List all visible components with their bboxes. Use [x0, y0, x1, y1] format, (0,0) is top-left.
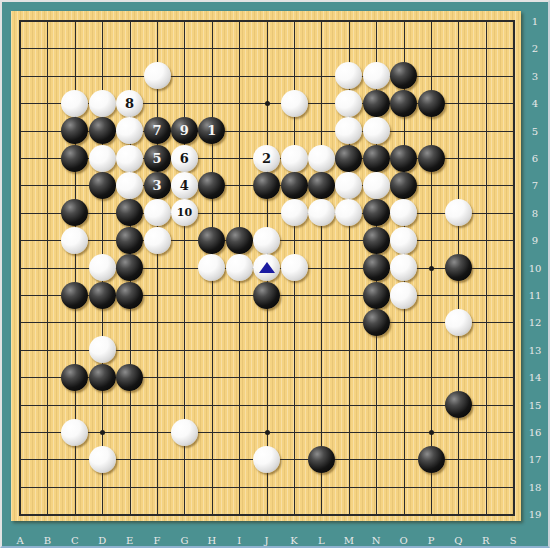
- column-label-D: D: [98, 535, 106, 546]
- move-number: 2: [262, 152, 271, 165]
- stone-black[interactable]: [363, 282, 390, 309]
- row-label-8: 8: [532, 207, 538, 218]
- stone-black[interactable]: [253, 282, 280, 309]
- stone-white[interactable]: [144, 227, 171, 254]
- stone-black[interactable]: [116, 227, 143, 254]
- row-label-10: 10: [529, 262, 542, 273]
- column-label-L: L: [318, 535, 325, 546]
- stone-black[interactable]: [363, 145, 390, 172]
- stone-white[interactable]: [89, 336, 116, 363]
- row-label-12: 12: [529, 317, 542, 328]
- star-point: [429, 266, 434, 271]
- column-label-R: R: [482, 535, 490, 546]
- row-label-14: 14: [529, 372, 542, 383]
- row-label-9: 9: [532, 235, 538, 246]
- move-number: 3: [152, 179, 161, 192]
- stone-white[interactable]: [390, 227, 417, 254]
- stone-white[interactable]: [89, 254, 116, 281]
- column-label-M: M: [344, 535, 354, 546]
- move-number: 8: [125, 97, 134, 110]
- column-label-S: S: [510, 535, 517, 546]
- column-label-Q: Q: [454, 535, 462, 546]
- row-label-3: 3: [532, 70, 538, 81]
- move-number: 4: [180, 179, 189, 192]
- row-label-16: 16: [529, 427, 542, 438]
- stone-white[interactable]: [61, 90, 88, 117]
- go-board[interactable]: 87915623410: [11, 11, 521, 521]
- stone-white-move-4[interactable]: 4: [171, 172, 198, 199]
- stone-white[interactable]: [445, 199, 472, 226]
- board-frame: 87915623410 ABCDEFGHIJKLMNOPQRS123456789…: [2, 2, 548, 546]
- stone-white[interactable]: [89, 145, 116, 172]
- column-label-K: K: [290, 535, 297, 546]
- stone-white[interactable]: [116, 145, 143, 172]
- stone-black[interactable]: [308, 446, 335, 473]
- stone-white[interactable]: [363, 62, 390, 89]
- stone-white[interactable]: [116, 117, 143, 144]
- stone-black[interactable]: [363, 227, 390, 254]
- stone-black[interactable]: [89, 282, 116, 309]
- column-label-I: I: [237, 535, 241, 546]
- stone-black-move-9[interactable]: 9: [171, 117, 198, 144]
- stone-black[interactable]: [335, 145, 362, 172]
- stone-white[interactable]: [116, 172, 143, 199]
- stone-white-move-10[interactable]: 10: [171, 199, 198, 226]
- stone-black[interactable]: [363, 90, 390, 117]
- row-label-15: 15: [529, 399, 542, 410]
- row-label-5: 5: [532, 125, 538, 136]
- stone-black[interactable]: [418, 90, 445, 117]
- row-label-2: 2: [532, 43, 538, 54]
- star-point: [429, 430, 434, 435]
- move-number: 5: [152, 152, 161, 165]
- stone-white[interactable]: [335, 90, 362, 117]
- stone-white[interactable]: [281, 254, 308, 281]
- stone-black[interactable]: [445, 391, 472, 418]
- row-label-11: 11: [529, 290, 542, 301]
- stone-black[interactable]: [116, 254, 143, 281]
- stone-black[interactable]: [198, 172, 225, 199]
- column-label-B: B: [44, 535, 51, 546]
- stone-white[interactable]: [335, 172, 362, 199]
- move-number: 9: [180, 124, 189, 137]
- stone-black[interactable]: [89, 364, 116, 391]
- stone-white[interactable]: [308, 145, 335, 172]
- star-point: [265, 101, 270, 106]
- stone-black[interactable]: [445, 254, 472, 281]
- stone-white-move-8[interactable]: 8: [116, 90, 143, 117]
- row-label-4: 4: [532, 98, 538, 109]
- stone-white[interactable]: [89, 446, 116, 473]
- stone-white-marked[interactable]: [253, 254, 280, 281]
- column-label-N: N: [372, 535, 381, 546]
- column-label-H: H: [207, 535, 216, 546]
- stone-white[interactable]: [363, 172, 390, 199]
- stone-black[interactable]: [116, 282, 143, 309]
- stone-white[interactable]: [89, 90, 116, 117]
- stone-black[interactable]: [116, 364, 143, 391]
- stone-black[interactable]: [89, 117, 116, 144]
- stone-white[interactable]: [308, 199, 335, 226]
- column-label-G: G: [180, 535, 188, 546]
- stone-white[interactable]: [253, 227, 280, 254]
- stone-black[interactable]: [418, 145, 445, 172]
- row-label-19: 19: [529, 509, 542, 520]
- stone-black-move-5[interactable]: 5: [144, 145, 171, 172]
- stone-black-move-3[interactable]: 3: [144, 172, 171, 199]
- row-label-6: 6: [532, 153, 538, 164]
- stone-white[interactable]: [363, 117, 390, 144]
- stone-black[interactable]: [418, 446, 445, 473]
- stone-white[interactable]: [390, 282, 417, 309]
- column-label-E: E: [126, 535, 133, 546]
- move-number: 7: [152, 124, 161, 137]
- go-board-window: 87915623410 ABCDEFGHIJKLMNOPQRS123456789…: [0, 0, 550, 548]
- stone-white-move-6[interactable]: 6: [171, 145, 198, 172]
- stone-white[interactable]: [144, 199, 171, 226]
- stone-white[interactable]: [281, 199, 308, 226]
- column-label-A: A: [16, 535, 23, 546]
- stone-black[interactable]: [308, 172, 335, 199]
- row-label-7: 7: [532, 180, 538, 191]
- stone-white[interactable]: [61, 227, 88, 254]
- column-label-C: C: [71, 535, 79, 546]
- stone-black[interactable]: [363, 199, 390, 226]
- stone-white[interactable]: [226, 254, 253, 281]
- stone-black[interactable]: [390, 90, 417, 117]
- stone-black[interactable]: [363, 309, 390, 336]
- stone-white[interactable]: [171, 419, 198, 446]
- triangle-marker: [259, 262, 275, 273]
- stone-black[interactable]: [89, 172, 116, 199]
- stone-black-move-7[interactable]: 7: [144, 117, 171, 144]
- stone-black[interactable]: [253, 172, 280, 199]
- stone-black[interactable]: [61, 145, 88, 172]
- row-label-17: 17: [529, 454, 542, 465]
- row-label-13: 13: [529, 344, 542, 355]
- column-label-J: J: [265, 535, 269, 546]
- stone-black[interactable]: [390, 145, 417, 172]
- row-label-1: 1: [532, 16, 538, 27]
- column-label-O: O: [399, 535, 407, 546]
- stone-black[interactable]: [61, 364, 88, 391]
- stone-black[interactable]: [281, 172, 308, 199]
- stone-black[interactable]: [390, 172, 417, 199]
- stone-black[interactable]: [363, 254, 390, 281]
- stone-black[interactable]: [226, 227, 253, 254]
- stone-black[interactable]: [198, 227, 225, 254]
- stone-white[interactable]: [445, 309, 472, 336]
- star-point: [265, 430, 270, 435]
- move-number: 1: [207, 124, 216, 137]
- stone-black[interactable]: [61, 282, 88, 309]
- column-label-P: P: [428, 535, 435, 546]
- stone-white[interactable]: [390, 254, 417, 281]
- move-number: 6: [180, 152, 189, 165]
- stone-white-move-2[interactable]: 2: [253, 145, 280, 172]
- stone-white[interactable]: [253, 446, 280, 473]
- stone-white[interactable]: [281, 90, 308, 117]
- stone-white[interactable]: [281, 145, 308, 172]
- stone-white[interactable]: [61, 419, 88, 446]
- column-label-F: F: [154, 535, 161, 546]
- move-number: 10: [177, 207, 192, 218]
- stone-white[interactable]: [144, 62, 171, 89]
- row-label-18: 18: [529, 481, 542, 492]
